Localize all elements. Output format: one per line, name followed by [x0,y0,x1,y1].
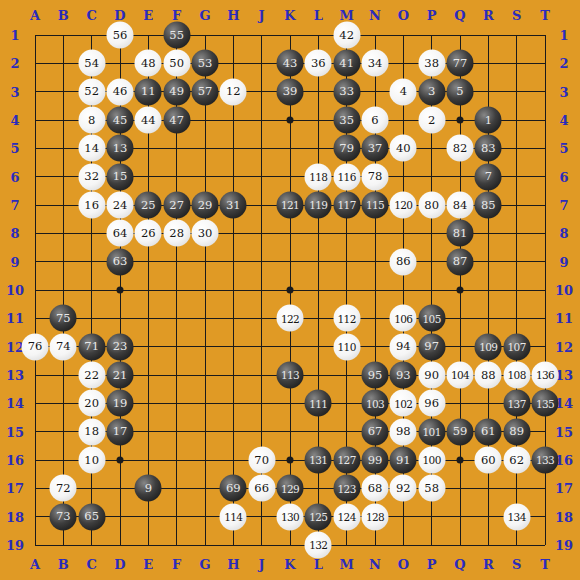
row-label-right-3: 3 [559,85,568,98]
row-label-right-8: 8 [559,227,568,240]
stone-white-N18[interactable]: 128 [362,503,389,530]
col-label-top-L: L [314,9,323,22]
stone-black-S14[interactable]: 137 [503,390,530,417]
stone-white-L6[interactable]: 118 [305,163,332,190]
hoshi-point [117,457,124,464]
stone-white-C16[interactable]: 10 [78,447,105,474]
stone-black-K17[interactable]: 129 [277,475,304,502]
stone-black-M5[interactable]: 79 [333,135,360,162]
stone-black-Q3[interactable]: 5 [447,78,474,105]
stone-black-N13[interactable]: 95 [362,362,389,389]
stone-white-T13[interactable]: 136 [532,362,559,389]
stone-black-D14[interactable]: 19 [107,390,134,417]
col-label-top-S: S [512,9,521,22]
col-label-bottom-F: F [172,558,181,571]
col-label-top-B: B [58,9,69,22]
col-label-bottom-O: O [398,558,409,571]
stone-black-N15[interactable]: 67 [362,418,389,445]
stone-black-E7[interactable]: 25 [135,192,162,219]
stone-black-M17[interactable]: 123 [333,475,360,502]
stone-white-S18[interactable]: 134 [503,503,530,530]
col-label-top-T: T [540,9,550,22]
col-label-top-G: G [199,9,210,22]
col-label-top-R: R [483,9,494,22]
row-label-right-7: 7 [559,199,568,212]
stone-black-N14[interactable]: 103 [362,390,389,417]
stone-black-D12[interactable]: 23 [107,333,134,360]
stone-white-C5[interactable]: 14 [78,135,105,162]
col-label-bottom-J: J [259,558,265,571]
row-label-left-7: 7 [10,199,19,212]
stone-black-E3[interactable]: 11 [135,78,162,105]
col-label-top-J: J [259,9,265,22]
stone-white-O12[interactable]: 94 [390,333,417,360]
col-label-top-O: O [398,9,409,22]
stone-black-N7[interactable]: 115 [362,192,389,219]
stone-black-R5[interactable]: 83 [475,135,502,162]
stone-black-S12[interactable]: 107 [503,333,530,360]
stone-black-P12[interactable]: 97 [418,333,445,360]
stone-black-H17[interactable]: 69 [220,475,247,502]
stone-black-D15[interactable]: 17 [107,418,134,445]
stone-white-B17[interactable]: 72 [50,475,77,502]
row-label-right-1: 1 [559,29,568,42]
stone-black-F7[interactable]: 27 [163,192,190,219]
stone-black-D13[interactable]: 21 [107,362,134,389]
stone-white-C15[interactable]: 18 [78,418,105,445]
stone-black-R6[interactable]: 7 [475,163,502,190]
stone-black-M2[interactable]: 41 [333,50,360,77]
stone-white-N4[interactable]: 6 [362,107,389,134]
col-label-bottom-S: S [512,558,521,571]
stone-black-R7[interactable]: 85 [475,192,502,219]
stone-black-F3[interactable]: 49 [163,78,190,105]
col-label-bottom-K: K [284,558,295,571]
row-label-right-19: 19 [555,539,573,552]
stone-black-S15[interactable]: 89 [503,418,530,445]
row-label-left-8: 8 [10,227,19,240]
row-label-left-4: 4 [10,114,19,127]
stone-black-N5[interactable]: 37 [362,135,389,162]
col-label-top-P: P [427,9,437,22]
stone-black-Q15[interactable]: 59 [447,418,474,445]
stone-white-N2[interactable]: 34 [362,50,389,77]
stone-black-M3[interactable]: 33 [333,78,360,105]
stone-white-C13[interactable]: 22 [78,362,105,389]
stone-white-O11[interactable]: 106 [390,305,417,332]
stone-white-G8[interactable]: 30 [192,220,219,247]
stone-white-A12[interactable]: 76 [22,333,49,360]
stone-white-C3[interactable]: 52 [78,78,105,105]
row-label-right-12: 12 [555,340,573,353]
stone-white-D3[interactable]: 46 [107,78,134,105]
stone-black-K3[interactable]: 39 [277,78,304,105]
row-label-left-11: 11 [6,312,24,325]
hoshi-point [117,287,124,294]
stone-white-Q5[interactable]: 82 [447,135,474,162]
stone-white-O3[interactable]: 4 [390,78,417,105]
stone-white-M12[interactable]: 110 [333,333,360,360]
stone-white-F2[interactable]: 50 [163,50,190,77]
stone-white-K11[interactable]: 122 [277,305,304,332]
stone-black-L7[interactable]: 119 [305,192,332,219]
row-label-left-18: 18 [6,510,24,523]
row-label-left-16: 16 [6,454,24,467]
col-label-bottom-E: E [143,558,153,571]
stone-black-L18[interactable]: 125 [305,503,332,530]
stone-white-P4[interactable]: 2 [418,107,445,134]
row-label-left-15: 15 [6,425,24,438]
row-label-left-5: 5 [10,142,19,155]
stone-black-G2[interactable]: 53 [192,50,219,77]
stone-white-D1[interactable]: 56 [107,22,134,49]
stone-black-B11[interactable]: 75 [50,305,77,332]
stone-black-R12[interactable]: 109 [475,333,502,360]
stone-white-H3[interactable]: 12 [220,78,247,105]
row-label-left-19: 19 [6,539,24,552]
stone-black-Q8[interactable]: 81 [447,220,474,247]
col-label-top-M: M [339,9,353,22]
stone-black-R4[interactable]: 1 [475,107,502,134]
row-label-left-9: 9 [10,255,19,268]
row-label-left-17: 17 [6,482,24,495]
row-label-right-18: 18 [555,510,573,523]
stone-white-L2[interactable]: 36 [305,50,332,77]
stone-black-O16[interactable]: 91 [390,447,417,474]
stone-white-C2[interactable]: 54 [78,50,105,77]
row-label-left-6: 6 [10,170,19,183]
row-label-right-4: 4 [559,114,568,127]
row-label-right-10: 10 [555,284,573,297]
stone-white-P17[interactable]: 58 [418,475,445,502]
stone-black-D4[interactable]: 45 [107,107,134,134]
stone-white-S16[interactable]: 62 [503,447,530,474]
stone-black-K13[interactable]: 113 [277,362,304,389]
stone-white-O5[interactable]: 40 [390,135,417,162]
stone-white-C14[interactable]: 20 [78,390,105,417]
col-label-top-K: K [284,9,295,22]
stone-black-Q2[interactable]: 77 [447,50,474,77]
stone-white-B12[interactable]: 74 [50,333,77,360]
hoshi-point [287,287,294,294]
stone-white-D8[interactable]: 64 [107,220,134,247]
stone-white-D7[interactable]: 24 [107,192,134,219]
stone-white-S13[interactable]: 108 [503,362,530,389]
hoshi-point [457,117,464,124]
col-label-top-C: C [86,9,96,22]
stone-black-D9[interactable]: 63 [107,248,134,275]
stone-white-M11[interactable]: 112 [333,305,360,332]
stone-white-O14[interactable]: 102 [390,390,417,417]
stone-white-O9[interactable]: 86 [390,248,417,275]
row-label-left-1: 1 [10,29,19,42]
col-label-bottom-B: B [58,558,69,571]
stone-white-P7[interactable]: 80 [418,192,445,219]
row-label-left-13: 13 [6,369,24,382]
stone-black-D5[interactable]: 13 [107,135,134,162]
col-label-bottom-D: D [114,558,125,571]
hoshi-point [457,457,464,464]
col-label-top-N: N [369,9,381,22]
col-label-bottom-Q: Q [454,558,465,571]
stone-black-C18[interactable]: 65 [78,503,105,530]
stone-black-G3[interactable]: 57 [192,78,219,105]
stone-white-C6[interactable]: 32 [78,163,105,190]
col-label-bottom-A: A [30,558,40,571]
stone-black-D6[interactable]: 15 [107,163,134,190]
stone-black-P11[interactable]: 105 [418,305,445,332]
stone-white-P13[interactable]: 90 [418,362,445,389]
stone-black-M7[interactable]: 117 [333,192,360,219]
stone-white-C4[interactable]: 8 [78,107,105,134]
stone-white-O15[interactable]: 98 [390,418,417,445]
col-label-bottom-G: G [199,558,210,571]
row-label-left-14: 14 [6,397,24,410]
stone-black-Q9[interactable]: 87 [447,248,474,275]
col-label-bottom-L: L [314,558,323,571]
stone-white-R13[interactable]: 88 [475,362,502,389]
stone-white-O7[interactable]: 120 [390,192,417,219]
col-label-bottom-C: C [86,558,96,571]
go-board[interactable]: AABBCCDDEEFFGGHHJJKKLLMMNNOOPPQQRRSSTT11… [0,0,580,580]
row-label-right-15: 15 [555,425,573,438]
stone-white-E2[interactable]: 48 [135,50,162,77]
col-label-bottom-R: R [483,558,494,571]
col-label-top-H: H [227,9,239,22]
stone-white-Q7[interactable]: 84 [447,192,474,219]
row-label-right-17: 17 [555,482,573,495]
stone-black-B18[interactable]: 73 [50,503,77,530]
row-label-right-6: 6 [559,170,568,183]
stone-black-G7[interactable]: 29 [192,192,219,219]
row-label-left-10: 10 [6,284,24,297]
stone-black-N16[interactable]: 99 [362,447,389,474]
stone-black-L16[interactable]: 131 [305,447,332,474]
stone-white-M18[interactable]: 124 [333,503,360,530]
stone-white-Q13[interactable]: 104 [447,362,474,389]
stone-white-P14[interactable]: 96 [418,390,445,417]
stone-white-P2[interactable]: 38 [418,50,445,77]
stone-white-P16[interactable]: 100 [418,447,445,474]
row-label-left-3: 3 [10,85,19,98]
stone-white-N6[interactable]: 78 [362,163,389,190]
col-label-top-Q: Q [454,9,465,22]
stone-white-E4[interactable]: 44 [135,107,162,134]
stone-white-H18[interactable]: 114 [220,503,247,530]
stone-black-R15[interactable]: 61 [475,418,502,445]
col-label-bottom-H: H [227,558,239,571]
stone-white-K18[interactable]: 130 [277,503,304,530]
stone-white-E8[interactable]: 26 [135,220,162,247]
stone-black-P3[interactable]: 3 [418,78,445,105]
stone-white-R16[interactable]: 60 [475,447,502,474]
stone-white-M1[interactable]: 42 [333,22,360,49]
stone-black-F4[interactable]: 47 [163,107,190,134]
stone-black-H7[interactable]: 31 [220,192,247,219]
col-label-top-D: D [114,9,125,22]
stone-black-P15[interactable]: 101 [418,418,445,445]
col-label-bottom-M: M [339,558,353,571]
col-label-bottom-N: N [369,558,381,571]
col-label-top-E: E [143,9,153,22]
stone-black-E17[interactable]: 9 [135,475,162,502]
stone-white-M6[interactable]: 116 [333,163,360,190]
stone-black-M4[interactable]: 35 [333,107,360,134]
stone-black-C12[interactable]: 71 [78,333,105,360]
stone-black-L14[interactable]: 111 [305,390,332,417]
col-label-top-F: F [172,9,181,22]
row-label-right-2: 2 [559,57,568,70]
hoshi-point [287,117,294,124]
stone-black-M16[interactable]: 127 [333,447,360,474]
col-label-bottom-T: T [540,558,550,571]
stone-black-K7[interactable]: 121 [277,192,304,219]
row-label-right-9: 9 [559,255,568,268]
stone-white-L19[interactable]: 132 [305,532,332,559]
row-label-left-2: 2 [10,57,19,70]
stone-black-O13[interactable]: 93 [390,362,417,389]
stone-black-F1[interactable]: 55 [163,22,190,49]
stone-black-K2[interactable]: 43 [277,50,304,77]
stone-white-O17[interactable]: 92 [390,475,417,502]
stone-black-T14[interactable]: 135 [532,390,559,417]
col-label-bottom-P: P [427,558,437,571]
hoshi-point [457,287,464,294]
hoshi-point [287,457,294,464]
stone-black-T16[interactable]: 133 [532,447,559,474]
stone-white-N17[interactable]: 68 [362,475,389,502]
stone-white-J17[interactable]: 66 [248,475,275,502]
stone-white-C7[interactable]: 16 [78,192,105,219]
stone-white-F8[interactable]: 28 [163,220,190,247]
row-label-right-5: 5 [559,142,568,155]
col-label-top-A: A [30,9,40,22]
stone-white-J16[interactable]: 70 [248,447,275,474]
row-label-right-11: 11 [555,312,573,325]
